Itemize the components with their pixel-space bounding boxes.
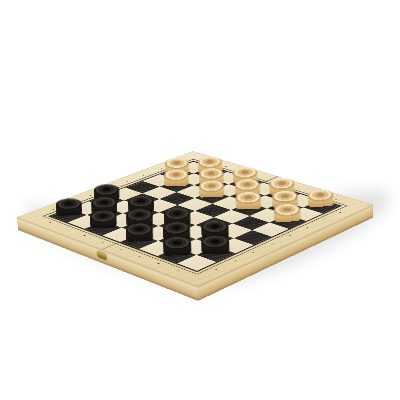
checker-top [55,198,81,211]
checker-side [125,229,153,245]
checker-top [201,220,229,234]
checker-top [126,209,153,222]
checker-top [127,195,153,208]
checker-side [89,216,116,231]
checker-side [55,204,81,219]
checkers-board [17,151,373,286]
checker-top [163,222,191,236]
checker-side [274,210,301,225]
square-r7c0 [51,209,87,223]
square-r7c4 [120,234,158,249]
checker-top [201,235,229,249]
black-checker [55,198,82,219]
checker-top [274,204,301,217]
checker-top [91,197,117,210]
checker-top [125,223,153,237]
black-checker [125,223,153,245]
white-checker [308,189,335,210]
white-checker [164,169,189,189]
checker-top [308,189,334,202]
square-r0c7 [303,200,339,213]
checker-side [202,242,231,258]
product-photo-scene [0,0,400,400]
black-checker [162,237,191,260]
black-checker [201,235,230,258]
checker-top [162,237,190,251]
checker-side [163,243,192,259]
checker-top [89,210,116,223]
black-checker [89,210,116,231]
checker-side [236,198,262,213]
checker-side [308,195,334,210]
checker-top [272,190,298,203]
checker-top [163,208,190,221]
board-frame [17,151,373,286]
brass-clasp [97,251,107,260]
white-checker [235,192,262,213]
checker-top [235,192,261,205]
white-checker [199,180,225,200]
white-checker [274,204,301,225]
